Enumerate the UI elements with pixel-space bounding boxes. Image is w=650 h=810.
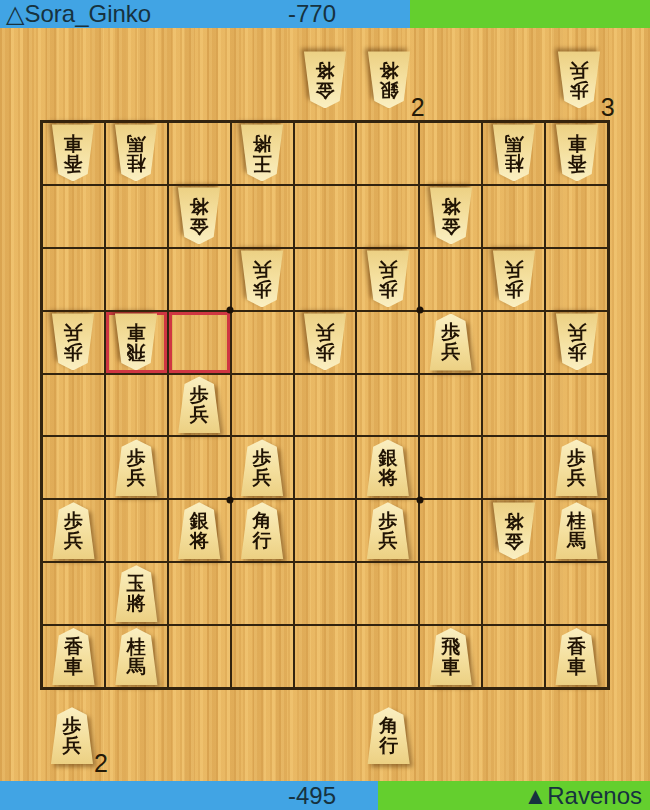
board-cell-r9c5[interactable] (294, 625, 357, 688)
board-cell-r4c5[interactable]: 歩兵 (294, 311, 357, 374)
board-cell-r9c8[interactable] (482, 625, 545, 688)
shogi-piece-sente[interactable]: 飛車 (426, 628, 475, 685)
board-cell-r9c3[interactable] (168, 625, 231, 688)
board-cell-r9c7[interactable]: 飛車 (419, 625, 482, 688)
piece-kanji: 兵 (127, 468, 146, 488)
sente-eval-bar: -495 ▲Ravenos (0, 781, 650, 810)
board-cell-r3c2[interactable] (105, 248, 168, 311)
gote-hand-piece[interactable]: 銀将2 (357, 50, 421, 112)
sente-hand-piece[interactable]: 歩兵2 (40, 706, 104, 768)
piece-kanji: 兵 (64, 531, 83, 551)
piece-kanji: 歩 (567, 448, 586, 468)
board-cell-r7c9[interactable]: 桂馬 (545, 499, 608, 562)
board-cell-r8c5[interactable] (294, 562, 357, 625)
shogi-piece-gote[interactable]: 歩兵 (238, 251, 287, 308)
piece-kanji: 将 (504, 511, 523, 531)
piece-kanji: 兵 (441, 342, 460, 362)
piece-kanji: 飛 (441, 637, 460, 657)
hoshi-dot (416, 496, 423, 503)
board-cell-r6c9[interactable]: 歩兵 (545, 436, 608, 499)
piece-kanji: 車 (64, 657, 83, 677)
piece-kanji: 歩 (378, 511, 397, 531)
board-cell-r1c9[interactable]: 香車 (545, 122, 608, 185)
board-cell-r1c7[interactable] (419, 122, 482, 185)
piece-kanji: 香 (567, 153, 586, 173)
hand-piece-count: 2 (94, 749, 108, 778)
shogi-piece-sente[interactable]: 銀将 (175, 502, 224, 559)
board-cell-r7c8[interactable]: 金将 (482, 499, 545, 562)
board-cell-r6c7[interactable] (419, 436, 482, 499)
sente-hand-piece[interactable]: 角行 (357, 706, 421, 768)
board-cell-r7c3[interactable]: 銀将 (168, 499, 231, 562)
board-cell-r7c2[interactable] (105, 499, 168, 562)
board-cell-r8c6[interactable] (356, 562, 419, 625)
piece-kanji: 将 (441, 196, 460, 216)
piece-kanji: 歩 (63, 716, 82, 736)
board-cell-r4c7[interactable]: 歩兵 (419, 311, 482, 374)
piece-kanji: 香 (64, 637, 83, 657)
piece-kanji: 兵 (504, 259, 523, 279)
shogi-piece-gote[interactable]: 飛車 (112, 314, 161, 371)
piece-kanji: 兵 (569, 60, 588, 80)
shogi-piece-sente[interactable]: 歩兵 (112, 439, 161, 496)
board-cell-r2c8[interactable] (482, 185, 545, 248)
board-cell-r7c7[interactable] (419, 499, 482, 562)
shogi-board: 香車桂馬王將桂馬香車金将金将歩兵歩兵歩兵歩兵飛車歩兵歩兵歩兵歩兵歩兵歩兵銀将歩兵… (40, 120, 610, 690)
board-cell-r5c6[interactable] (356, 374, 419, 437)
piece-kanji: 歩 (567, 342, 586, 362)
board-cell-r6c8[interactable] (482, 436, 545, 499)
board-cell-r2c3[interactable]: 金将 (168, 185, 231, 248)
piece-kanji: 兵 (190, 405, 209, 425)
board-cell-r8c8[interactable] (482, 562, 545, 625)
board-cell-r5c2[interactable] (105, 374, 168, 437)
board-cell-r2c5[interactable] (294, 185, 357, 248)
piece-kanji: 將 (127, 594, 146, 614)
shogi-piece-gote[interactable]: 桂馬 (489, 125, 538, 182)
gote-eval-bar: △Sora_Ginko -770 (0, 0, 650, 28)
board-cell-r5c8[interactable] (482, 374, 545, 437)
shogi-piece-gote[interactable]: 王將 (238, 125, 287, 182)
board-cell-r6c1[interactable] (42, 436, 105, 499)
shogi-piece-gote[interactable]: 金将 (426, 188, 475, 245)
board-cell-r5c3[interactable]: 歩兵 (168, 374, 231, 437)
piece-kanji: 歩 (127, 448, 146, 468)
hoshi-dot (226, 496, 233, 503)
board-cell-r8c9[interactable] (545, 562, 608, 625)
shogi-piece-sente[interactable]: 歩兵 (426, 314, 475, 371)
board-cell-r9c1[interactable]: 香車 (42, 625, 105, 688)
board-cell-r8c2[interactable]: 玉將 (105, 562, 168, 625)
shogi-piece-gote[interactable]: 香車 (552, 125, 601, 182)
hoshi-dot (226, 306, 233, 313)
board-cell-r1c6[interactable] (356, 122, 419, 185)
hoshi-dot (416, 306, 423, 313)
piece-kanji: 車 (567, 134, 586, 154)
piece-kanji: 車 (567, 657, 586, 677)
piece-kanji: 将 (378, 468, 397, 488)
board-cell-r7c4[interactable]: 角行 (231, 499, 294, 562)
board-cell-r1c8[interactable]: 桂馬 (482, 122, 545, 185)
piece-kanji: 馬 (504, 134, 523, 154)
piece-kanji: 兵 (378, 531, 397, 551)
board-cell-r3c3[interactable] (168, 248, 231, 311)
piece-kanji: 将 (316, 60, 335, 80)
shogi-piece-sente[interactable]: 角行 (238, 502, 287, 559)
board-cell-r2c9[interactable] (545, 185, 608, 248)
board-cell-r9c6[interactable] (356, 625, 419, 688)
shogi-piece-sente[interactable]: 角行 (364, 707, 413, 764)
board-cell-r6c2[interactable]: 歩兵 (105, 436, 168, 499)
piece-kanji: 将 (379, 60, 398, 80)
board-cell-r2c2[interactable] (105, 185, 168, 248)
board-cell-r9c4[interactable] (231, 625, 294, 688)
gote-hand-piece[interactable]: 金将 (293, 50, 357, 112)
board-cell-r9c9[interactable]: 香車 (545, 625, 608, 688)
shogi-piece-sente[interactable]: 桂馬 (552, 502, 601, 559)
board-cell-r1c4[interactable]: 王將 (231, 122, 294, 185)
board-cell-r4c6[interactable] (356, 311, 419, 374)
piece-kanji: 歩 (64, 511, 83, 531)
board-cell-r4c9[interactable]: 歩兵 (545, 311, 608, 374)
hand-piece-count: 3 (601, 93, 615, 122)
board-cell-r3c9[interactable] (545, 248, 608, 311)
piece-kanji: 桂 (504, 153, 523, 173)
board-cell-r6c5[interactable] (294, 436, 357, 499)
shogi-piece-sente[interactable]: 歩兵 (363, 502, 412, 559)
piece-kanji: 行 (253, 531, 272, 551)
board-cell-r5c7[interactable] (419, 374, 482, 437)
piece-kanji: 歩 (64, 342, 83, 362)
shogi-piece-gote[interactable]: 金将 (175, 188, 224, 245)
piece-kanji: 桂 (127, 153, 146, 173)
piece-kanji: 香 (567, 637, 586, 657)
piece-kanji: 歩 (441, 322, 460, 342)
shogi-piece-sente[interactable]: 歩兵 (552, 439, 601, 496)
board-cell-r3c6[interactable]: 歩兵 (356, 248, 419, 311)
piece-kanji: 車 (127, 322, 146, 342)
piece-kanji: 金 (316, 80, 335, 100)
board-cell-r8c4[interactable] (231, 562, 294, 625)
piece-kanji: 車 (441, 657, 460, 677)
piece-kanji: 歩 (378, 279, 397, 299)
piece-kanji: 兵 (253, 468, 272, 488)
shogi-piece-sente[interactable]: 歩兵 (49, 502, 98, 559)
board-cell-r1c2[interactable]: 桂馬 (105, 122, 168, 185)
shogi-piece-gote[interactable]: 金将 (301, 51, 350, 108)
board-cell-r1c1[interactable]: 香車 (42, 122, 105, 185)
shogi-piece-gote[interactable]: 歩兵 (554, 51, 603, 108)
board-cell-r6c4[interactable]: 歩兵 (231, 436, 294, 499)
board-cell-r7c6[interactable]: 歩兵 (356, 499, 419, 562)
board-cell-r2c6[interactable] (356, 185, 419, 248)
board-cell-r9c2[interactable]: 桂馬 (105, 625, 168, 688)
board-cell-r2c1[interactable] (42, 185, 105, 248)
board-cell-r4c3[interactable] (168, 311, 231, 374)
shogi-piece-sente[interactable]: 香車 (49, 628, 98, 685)
piece-kanji: 馬 (567, 531, 586, 551)
board-cell-r3c7[interactable] (419, 248, 482, 311)
piece-kanji: 金 (504, 531, 523, 551)
shogi-piece-sente[interactable]: 玉將 (112, 565, 161, 622)
shogi-piece-sente[interactable]: 歩兵 (48, 707, 97, 764)
piece-kanji: 玉 (127, 574, 146, 594)
piece-kanji: 銀 (378, 448, 397, 468)
shogi-piece-sente[interactable]: 銀将 (363, 439, 412, 496)
piece-kanji: 飛 (127, 342, 146, 362)
piece-kanji: 銀 (190, 511, 209, 531)
board-cell-r2c7[interactable]: 金将 (419, 185, 482, 248)
piece-kanji: 兵 (63, 736, 82, 756)
board-cell-r4c1[interactable]: 歩兵 (42, 311, 105, 374)
piece-kanji: 馬 (127, 134, 146, 154)
board-cell-r6c3[interactable] (168, 436, 231, 499)
piece-kanji: 車 (64, 134, 83, 154)
piece-kanji: 金 (190, 216, 209, 236)
board-cell-r4c8[interactable] (482, 311, 545, 374)
board-cell-r8c7[interactable] (419, 562, 482, 625)
board-cell-r2c4[interactable] (231, 185, 294, 248)
board-cell-r3c8[interactable]: 歩兵 (482, 248, 545, 311)
piece-kanji: 歩 (569, 80, 588, 100)
shogi-piece-gote[interactable]: 歩兵 (300, 314, 349, 371)
piece-kanji: 銀 (379, 80, 398, 100)
piece-kanji: 香 (64, 153, 83, 173)
shogi-piece-sente[interactable]: 香車 (552, 628, 601, 685)
board-cell-r1c5[interactable] (294, 122, 357, 185)
piece-kanji: 兵 (253, 259, 272, 279)
shogi-piece-gote[interactable]: 香車 (49, 125, 98, 182)
board-cell-r7c1[interactable]: 歩兵 (42, 499, 105, 562)
board-cell-r3c5[interactable] (294, 248, 357, 311)
shogi-piece-gote[interactable]: 歩兵 (552, 314, 601, 371)
board-cell-r4c2[interactable]: 飛車 (105, 311, 168, 374)
piece-kanji: 兵 (567, 468, 586, 488)
gote-eval-bar-green (410, 0, 650, 28)
piece-kanji: 角 (253, 511, 272, 531)
board-cell-r5c4[interactable] (231, 374, 294, 437)
shogi-piece-gote[interactable]: 歩兵 (49, 314, 98, 371)
shogi-piece-sente[interactable]: 桂馬 (112, 628, 161, 685)
board-cell-r8c1[interactable] (42, 562, 105, 625)
sente-player-name: ▲Ravenos (524, 782, 642, 810)
piece-kanji: 将 (190, 531, 209, 551)
piece-kanji: 兵 (315, 322, 334, 342)
piece-kanji: 歩 (253, 279, 272, 299)
board-cell-r5c5[interactable] (294, 374, 357, 437)
piece-kanji: 歩 (504, 279, 523, 299)
shogi-piece-sente[interactable]: 歩兵 (238, 439, 287, 496)
shogi-piece-gote[interactable]: 銀将 (364, 51, 413, 108)
board-cell-r3c4[interactable]: 歩兵 (231, 248, 294, 311)
piece-kanji: 歩 (315, 342, 334, 362)
piece-kanji: 兵 (378, 259, 397, 279)
board-cell-r5c1[interactable] (42, 374, 105, 437)
shogi-piece-gote[interactable]: 金将 (489, 502, 538, 559)
shogi-piece-gote[interactable]: 桂馬 (112, 125, 161, 182)
board-cell-r7c5[interactable] (294, 499, 357, 562)
piece-kanji: 行 (379, 736, 398, 756)
piece-kanji: 馬 (127, 657, 146, 677)
piece-kanji: 桂 (127, 637, 146, 657)
gote-player-name: △Sora_Ginko (6, 0, 151, 28)
piece-kanji: 王 (253, 153, 272, 173)
hand-piece-count: 2 (411, 93, 425, 122)
piece-kanji: 兵 (567, 322, 586, 342)
shogi-piece-gote[interactable]: 歩兵 (363, 251, 412, 308)
piece-kanji: 將 (253, 134, 272, 154)
piece-kanji: 桂 (567, 511, 586, 531)
board-cell-r8c3[interactable] (168, 562, 231, 625)
shogi-piece-gote[interactable]: 歩兵 (489, 251, 538, 308)
shogi-piece-sente[interactable]: 歩兵 (175, 376, 224, 433)
gote-hand-piece[interactable]: 歩兵3 (547, 50, 611, 112)
piece-kanji: 角 (379, 716, 398, 736)
piece-kanji: 金 (441, 216, 460, 236)
board-cell-r1c3[interactable] (168, 122, 231, 185)
piece-kanji: 歩 (190, 385, 209, 405)
piece-kanji: 将 (190, 196, 209, 216)
board-cell-r6c6[interactable]: 銀将 (356, 436, 419, 499)
board-cell-r3c1[interactable] (42, 248, 105, 311)
board-cell-r5c9[interactable] (545, 374, 608, 437)
piece-kanji: 歩 (253, 448, 272, 468)
piece-kanji: 兵 (64, 322, 83, 342)
sente-eval-score: -495 (288, 782, 336, 810)
board-cell-r4c4[interactable] (231, 311, 294, 374)
gote-eval-score: -770 (288, 0, 336, 28)
